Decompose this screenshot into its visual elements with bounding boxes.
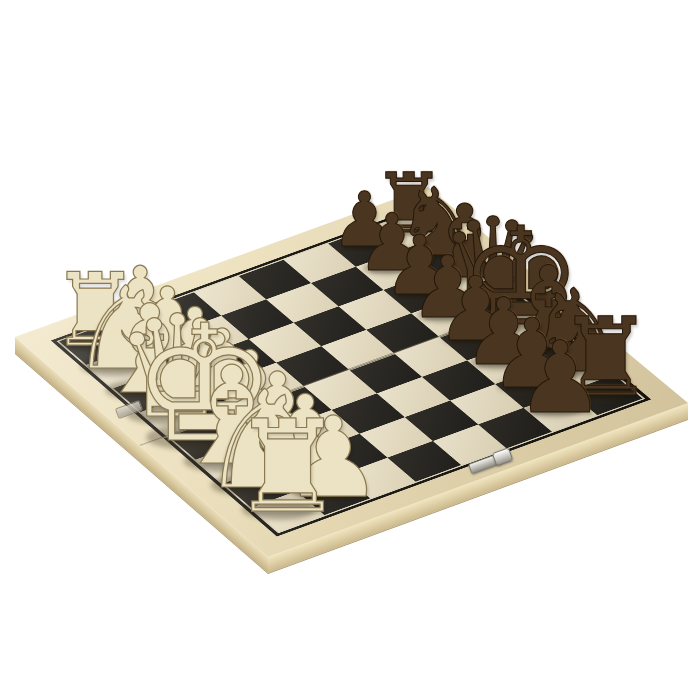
black-pawn-icon: ♟	[516, 328, 605, 427]
white-rook-icon: ♜	[231, 404, 345, 532]
chess-set-product-photo: ♜♞♝♛♚♝♞♜♟♟♟♟♟♟♟♟♟♟♟♟♟♟♟♟♜♞♝♛♚♝♞♜	[0, 0, 700, 700]
piece-black-pawn-h7: ♟	[516, 328, 605, 427]
piece-white-rook-h1: ♜	[231, 404, 345, 532]
